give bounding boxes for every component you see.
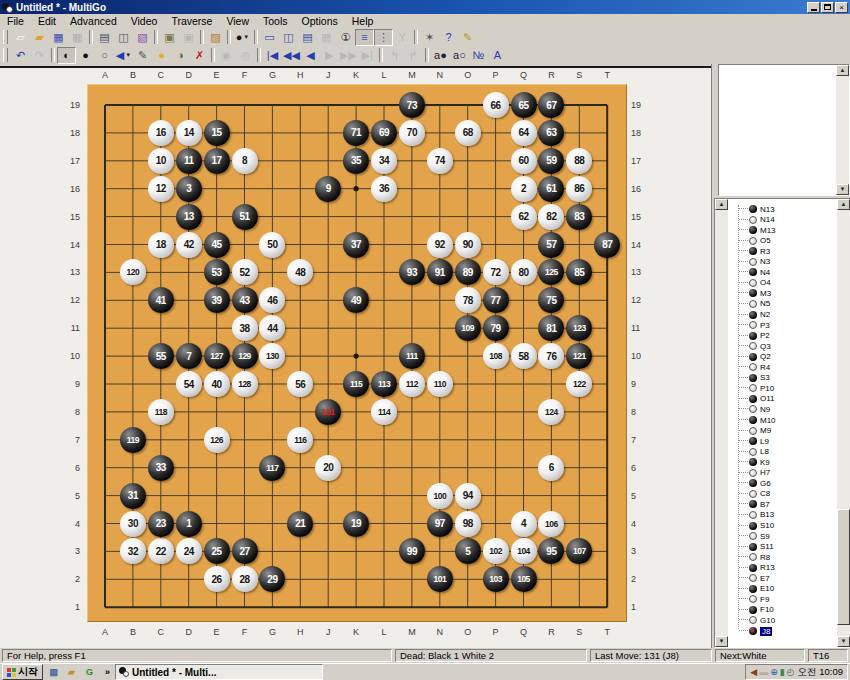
white-stone-C8[interactable]: 118 [148, 399, 174, 425]
move-number: 77 [491, 295, 501, 306]
white-stone-N14[interactable]: 92 [427, 232, 453, 258]
white-stone-O12[interactable]: 78 [455, 287, 481, 313]
move-number: 113 [378, 379, 390, 389]
move-tree-list[interactable]: N13N14M13O5R3N3N4O4M3N5N2P3P2Q3Q2R4S3P10… [728, 199, 839, 647]
print-preview-button[interactable]: ◫ [114, 29, 133, 46]
white-stone-L16[interactable]: 36 [371, 176, 397, 202]
black-stone-N4[interactable]: 97 [427, 511, 453, 537]
tree-move-G10[interactable]: G10 [728, 615, 775, 625]
tree-move-O5[interactable]: O5 [728, 236, 771, 246]
tree-right-scroll-up[interactable]: ▲ [837, 199, 850, 210]
tree-move-label: F9 [760, 595, 769, 604]
black-stone-K14[interactable]: 37 [343, 232, 369, 258]
tree-move-R4[interactable]: R4 [728, 362, 770, 372]
list-view-button[interactable]: ⋮ [374, 29, 393, 46]
comment-scrollbar[interactable] [836, 65, 849, 195]
layout-split-horizontal-button[interactable]: ▤ [298, 29, 317, 46]
white-stone-Q4[interactable]: 4 [511, 511, 537, 537]
black-stone-M10[interactable]: 111 [399, 343, 425, 369]
white-stone-Q13[interactable]: 80 [511, 259, 537, 285]
toolbar-separator [227, 30, 231, 44]
taskbar-window-button[interactable]: Untitled * - Multi... [115, 664, 323, 680]
tree-move-F10[interactable]: F10 [728, 605, 774, 615]
paste-stones-button[interactable]: ◑ [171, 47, 190, 64]
black-stone-D17[interactable]: 11 [176, 148, 202, 174]
undo-button[interactable]: ↶ [11, 47, 30, 64]
white-stone-R6[interactable]: 6 [538, 455, 564, 481]
black-stone-K18[interactable]: 71 [343, 120, 369, 146]
white-stone-P10[interactable]: 108 [483, 343, 509, 369]
black-stone-H4[interactable]: 21 [287, 511, 313, 537]
white-stone-E2[interactable]: 26 [204, 566, 230, 592]
show-desktop-icon[interactable]: ▤ [46, 666, 61, 679]
copy-button[interactable]: ▣ [160, 29, 179, 46]
toolbar-gripper[interactable] [3, 48, 8, 62]
move-number: 52 [239, 267, 249, 278]
black-stone-S15[interactable]: 83 [566, 204, 592, 230]
move-number: 38 [239, 323, 249, 334]
black-stone-D15[interactable]: 13 [176, 204, 202, 230]
move-number: 29 [267, 574, 277, 585]
tree-move-J8[interactable]: J8 [728, 626, 772, 636]
tree-move-label: B7 [760, 500, 770, 509]
white-stone-Q3[interactable]: 104 [511, 538, 537, 564]
tree-move-S10[interactable]: S10 [728, 521, 774, 531]
tree-view-button[interactable]: ≡ [355, 29, 374, 46]
black-stone-O3[interactable]: 5 [455, 538, 481, 564]
black-stone-button[interactable]: ● [76, 47, 95, 64]
black-stone-K4[interactable]: 19 [343, 511, 369, 537]
pen-icon[interactable]: ▬ [759, 666, 768, 678]
move-number: 55 [156, 351, 166, 362]
alternate-stones-icon: ◐ [63, 49, 70, 61]
mark-letter-button[interactable]: A [488, 47, 507, 64]
volume-icon[interactable]: ◀ [750, 666, 757, 678]
tree-move-E10[interactable]: E10 [728, 584, 774, 594]
quick-launch-chevron[interactable]: » [100, 666, 115, 679]
white-stone-F9[interactable]: 128 [232, 371, 258, 397]
restore-button[interactable] [821, 2, 834, 13]
close-button[interactable]: × [835, 2, 848, 13]
menu-view[interactable]: View [219, 15, 256, 28]
black-stone-F10[interactable]: 129 [232, 343, 258, 369]
row-label-right: 18 [631, 128, 651, 138]
white-stone-R4[interactable]: 106 [538, 511, 564, 537]
toolbar-separator [254, 30, 258, 44]
white-stone-L17[interactable]: 34 [371, 148, 397, 174]
tree-move-O4[interactable]: O4 [728, 278, 771, 288]
tree-move-F9[interactable]: F9 [728, 594, 769, 604]
edit-mode-button[interactable]: ✎ [458, 29, 477, 46]
move-number: 8 [242, 155, 247, 166]
white-stone-L8[interactable]: 114 [371, 399, 397, 425]
network-icon[interactable]: ▮ [780, 666, 785, 678]
black-stone-E18[interactable]: 15 [204, 120, 230, 146]
tree-move-label: L8 [760, 447, 769, 456]
black-stone-Q2[interactable]: 105 [511, 566, 537, 592]
black-stone-K17[interactable]: 35 [343, 148, 369, 174]
show-move-numbers-icon: ① [341, 31, 351, 44]
context-help-button[interactable]: ? [439, 29, 458, 46]
white-stone-Q18[interactable]: 64 [511, 120, 537, 146]
row-label-right: 11 [631, 323, 651, 333]
tree-move-B13[interactable]: B13 [728, 510, 774, 520]
black-stone-J16[interactable]: 9 [315, 176, 341, 202]
white-stone-F17[interactable]: 8 [232, 148, 258, 174]
new-file-button[interactable]: ▱ [11, 29, 30, 46]
tree-connector [739, 609, 748, 611]
black-stone-icon [749, 311, 757, 319]
white-stone-Q16[interactable]: 2 [511, 176, 537, 202]
customize-button[interactable]: ✶ [420, 29, 439, 46]
tree-move-S11[interactable]: S11 [728, 542, 774, 552]
move-number: 88 [574, 155, 584, 166]
black-to-play-button[interactable]: ●▼ [233, 29, 252, 46]
tree-move-H7[interactable]: H7 [728, 468, 770, 478]
black-stone-P11[interactable]: 79 [483, 315, 509, 341]
move-number: 13 [184, 211, 194, 222]
black-stone-B5[interactable]: 31 [120, 483, 146, 509]
col-label-top: J [318, 70, 338, 80]
start-label: 시작 [18, 665, 38, 679]
col-label-top: E [207, 70, 227, 80]
tree-move-Q2[interactable]: Q2 [728, 352, 771, 362]
white-stone-Q10[interactable]: 58 [511, 343, 537, 369]
white-stone-F2[interactable]: 28 [232, 566, 258, 592]
tree-move-G6[interactable]: G6 [728, 478, 771, 488]
next-branch-icon: ↱ [409, 49, 418, 62]
stop-button: ◎ [236, 47, 255, 64]
black-stone-icon [749, 627, 757, 635]
white-stone-O18[interactable]: 68 [455, 120, 481, 146]
start-button[interactable]: 시작 [2, 664, 43, 680]
white-stone-C17[interactable]: 10 [148, 148, 174, 174]
move-number: 104 [517, 546, 530, 556]
tree-move-label: G10 [760, 616, 775, 625]
row-label-right: 15 [631, 212, 651, 222]
white-stone-E7[interactable]: 126 [204, 427, 230, 453]
black-stone-C4[interactable]: 23 [148, 511, 174, 537]
black-stone-R16[interactable]: 61 [538, 176, 564, 202]
col-label-top: O [458, 70, 478, 80]
black-stone-M19[interactable]: 73 [399, 92, 425, 118]
white-stone-button[interactable]: ○ [95, 47, 114, 64]
tree-move-R3[interactable]: R3 [728, 246, 770, 256]
white-stone-P3[interactable]: 102 [483, 538, 509, 564]
move-number: 30 [128, 518, 138, 529]
white-stone-N9[interactable]: 110 [427, 371, 453, 397]
move-number: 18 [156, 239, 166, 250]
toolbar-gripper[interactable] [3, 30, 8, 44]
white-stone-E9[interactable]: 40 [204, 371, 230, 397]
black-stone-E3[interactable]: 25 [204, 538, 230, 564]
menu-advanced[interactable]: Advanced [63, 15, 124, 28]
delete-button[interactable]: ✗ [190, 47, 209, 64]
go-board[interactable]: 1234567891011121314151617181920212223242… [87, 84, 627, 622]
tree-move-Q3[interactable]: Q3 [728, 341, 771, 351]
tree-move-P10[interactable]: P10 [728, 383, 774, 393]
tree-connector [739, 208, 748, 210]
dropdown-arrow-icon[interactable]: ▼ [243, 34, 249, 40]
white-stone-S16[interactable]: 86 [566, 176, 592, 202]
black-stone-D16[interactable]: 3 [176, 176, 202, 202]
move-number: 12 [156, 183, 166, 194]
tree-move-S3[interactable]: S3 [728, 373, 770, 383]
tree-move-label: Q3 [760, 342, 771, 351]
tree-left-scroll-down[interactable]: ▼ [715, 636, 728, 647]
save-button[interactable]: ▦ [49, 29, 68, 46]
tree-move-M3[interactable]: M3 [728, 288, 771, 298]
menu-help[interactable]: Help [345, 15, 381, 28]
white-stone-M18[interactable]: 70 [399, 120, 425, 146]
comment-scroll-down[interactable]: ▼ [836, 184, 849, 195]
black-stone-R14[interactable]: 57 [538, 232, 564, 258]
update-icon[interactable]: ⊕ [770, 666, 778, 678]
white-stone-R15[interactable]: 82 [538, 204, 564, 230]
tree-left-scrollbar[interactable] [715, 199, 728, 647]
move-number: 129 [238, 351, 251, 361]
white-stone-D3[interactable]: 24 [176, 538, 202, 564]
white-stone-G14[interactable]: 50 [259, 232, 285, 258]
customize-icon: ✶ [425, 31, 434, 44]
sound-button[interactable]: ◀▼ [114, 47, 133, 64]
black-stone-O13[interactable]: 89 [455, 259, 481, 285]
white-stone-S17[interactable]: 88 [566, 148, 592, 174]
tree-move-N4[interactable]: N4 [728, 267, 770, 277]
black-stone-N2[interactable]: 101 [427, 566, 453, 592]
black-stone-F3[interactable]: 27 [232, 538, 258, 564]
undo-icon: ↶ [16, 49, 25, 62]
white-stone-Q17[interactable]: 60 [511, 148, 537, 174]
menu-edit[interactable]: Edit [31, 15, 63, 28]
tree-move-L9[interactable]: L9 [728, 436, 769, 446]
browser-icon[interactable]: G [82, 666, 97, 679]
tree-connector [739, 250, 748, 252]
white-stone-O4[interactable]: 98 [455, 511, 481, 537]
white-stone-B4[interactable]: 30 [120, 511, 146, 537]
black-stone-N13[interactable]: 91 [427, 259, 453, 285]
col-label-bottom: K [346, 627, 366, 637]
folder-icon[interactable]: ▰ [64, 666, 79, 679]
white-stone-O5[interactable]: 94 [455, 483, 481, 509]
move-number: 128 [238, 379, 251, 389]
mark-white-button[interactable]: a○ [450, 47, 469, 64]
move-number: 73 [407, 100, 417, 111]
black-stone-D4[interactable]: 1 [176, 511, 202, 537]
move-number: 1 [186, 518, 191, 529]
tree-move-M9[interactable]: M9 [728, 426, 771, 436]
comment-scroll-up[interactable]: ▲ [836, 65, 849, 76]
black-stone-E14[interactable]: 45 [204, 232, 230, 258]
move-number: 66 [491, 100, 501, 111]
show-move-numbers-button[interactable]: ① [336, 29, 355, 46]
move-number: 16 [156, 127, 166, 138]
tree-connector [739, 482, 748, 484]
pass-button[interactable]: ● [152, 47, 171, 64]
back-button[interactable]: ◀ [301, 47, 320, 64]
tree-scrollbar-thumb[interactable] [837, 509, 850, 625]
move-number: 35 [351, 155, 361, 166]
black-stone-C6[interactable]: 33 [148, 455, 174, 481]
black-stone-B7[interactable]: 119 [120, 427, 146, 453]
back-10-button[interactable]: ◀◀ [282, 47, 301, 64]
white-stone-icon [749, 448, 757, 456]
tree-move-B7[interactable]: B7 [728, 499, 770, 509]
white-stone-D9[interactable]: 54 [176, 371, 202, 397]
black-stone-J8[interactable]: 131 [315, 399, 341, 425]
tree-move-P2[interactable]: P2 [728, 331, 770, 341]
white-stone-H7[interactable]: 116 [287, 427, 313, 453]
white-stone-C14[interactable]: 18 [148, 232, 174, 258]
black-stone-Q19[interactable]: 65 [511, 92, 537, 118]
white-stone-C3[interactable]: 22 [148, 538, 174, 564]
print-button[interactable]: ▤ [95, 29, 114, 46]
white-stone-icon [749, 363, 757, 371]
black-stone-L18[interactable]: 69 [371, 120, 397, 146]
toolbar-main: ▱▰▦▦▤◫▧▣▣▨●▼▭◫▤▦①≡⋮Y✶?✎ [0, 28, 850, 46]
menu-traverse[interactable]: Traverse [164, 15, 219, 28]
white-stone-icon [749, 574, 757, 582]
layout-split-vertical-button[interactable]: ◫ [279, 29, 298, 46]
tree-move-N2[interactable]: N2 [728, 310, 770, 320]
black-stone-E12[interactable]: 39 [204, 287, 230, 313]
black-stone-P12[interactable]: 77 [483, 287, 509, 313]
menu-file[interactable]: File [0, 15, 31, 28]
white-stone-M9[interactable]: 112 [399, 371, 425, 397]
tree-move-N9[interactable]: N9 [728, 404, 770, 414]
minimize-button[interactable] [807, 2, 820, 13]
erase-button[interactable]: ✎ [133, 47, 152, 64]
tree-move-L8[interactable]: L8 [728, 447, 769, 457]
move-number: 102 [489, 546, 502, 556]
col-label-bottom: A [95, 627, 115, 637]
tree-move-N13[interactable]: N13 [728, 204, 775, 214]
black-stone-K9[interactable]: 115 [343, 371, 369, 397]
black-stone-F15[interactable]: 51 [232, 204, 258, 230]
tree-move-N3[interactable]: N3 [728, 257, 770, 267]
col-label-top: G [262, 70, 282, 80]
prev-branch-icon: ↰ [390, 49, 399, 62]
menu-tools[interactable]: Tools [256, 15, 295, 28]
white-stone-D14[interactable]: 42 [176, 232, 202, 258]
tree-move-C8[interactable]: C8 [728, 489, 770, 499]
move-number: 121 [573, 351, 586, 361]
row-label-left: 7 [60, 435, 80, 445]
tree-move-R8[interactable]: R8 [728, 552, 770, 562]
mark-black-button[interactable]: a● [431, 47, 450, 64]
tree-move-R13[interactable]: R13 [728, 563, 775, 573]
white-stone-C18[interactable]: 16 [148, 120, 174, 146]
black-stone-E17[interactable]: 17 [204, 148, 230, 174]
col-label-bottom: G [262, 627, 282, 637]
black-stone-D10[interactable]: 7 [176, 343, 202, 369]
move-number: 46 [267, 295, 277, 306]
white-stone-N5[interactable]: 100 [427, 483, 453, 509]
row-label-left: 15 [60, 212, 80, 222]
play-icon: ◉ [222, 49, 232, 62]
tree-move-O11[interactable]: O11 [728, 394, 775, 404]
export-image-button[interactable]: ▧ [133, 29, 152, 46]
tree-move-K9[interactable]: K9 [728, 457, 770, 467]
tree-connector [739, 261, 748, 263]
scheduler-icon[interactable]: ◴ [787, 666, 795, 678]
tree-move-label: P3 [760, 321, 770, 330]
dropdown-arrow-icon[interactable]: ▼ [125, 52, 131, 58]
move-number: 81 [546, 323, 556, 334]
white-stone-P19[interactable]: 66 [483, 92, 509, 118]
white-stone-N17[interactable]: 74 [427, 148, 453, 174]
move-number: 14 [184, 127, 194, 138]
tree-move-N14[interactable]: N14 [728, 215, 775, 225]
move-number: 67 [546, 100, 556, 111]
black-stone-O11[interactable]: 109 [455, 315, 481, 341]
tree-connector [739, 419, 748, 421]
menu-bar: FileEditAdvancedVideoTraverseViewToolsOp… [0, 14, 850, 28]
layout-single-button[interactable]: ▭ [260, 29, 279, 46]
col-label-top: H [290, 70, 310, 80]
tree-move-M10[interactable]: M10 [728, 415, 776, 425]
move-number: 119 [127, 435, 139, 445]
windows-logo-icon [7, 668, 16, 677]
black-stone-P2[interactable]: 103 [483, 566, 509, 592]
tree-move-E7[interactable]: E7 [728, 573, 770, 583]
black-stone-R17[interactable]: 59 [538, 148, 564, 174]
tree-left-scroll-up[interactable]: ▲ [715, 199, 728, 210]
black-stone-C12[interactable]: 41 [148, 287, 174, 313]
menu-options[interactable]: Options [295, 15, 345, 28]
tree-move-S9[interactable]: S9 [728, 531, 770, 541]
white-stone-O14[interactable]: 90 [455, 232, 481, 258]
status-dead-count: Dead: Black 1 White 2 [395, 649, 587, 662]
move-number: 80 [518, 267, 528, 278]
layout-split-vertical-icon: ◫ [283, 31, 293, 44]
menu-video[interactable]: Video [124, 15, 165, 28]
black-stone-E13[interactable]: 53 [204, 259, 230, 285]
tree-move-M13[interactable]: M13 [728, 225, 776, 235]
white-stone-Q15[interactable]: 62 [511, 204, 537, 230]
tree-move-N5[interactable]: N5 [728, 299, 770, 309]
mark-number-button[interactable]: № [469, 47, 488, 64]
black-stone-L9[interactable]: 113 [371, 371, 397, 397]
black-stone-C10[interactable]: 55 [148, 343, 174, 369]
black-stone-E10[interactable]: 127 [204, 343, 230, 369]
white-stone-J6[interactable]: 20 [315, 455, 341, 481]
tree-right-scroll-down[interactable]: ▼ [837, 636, 850, 647]
black-stone-G6[interactable]: 117 [259, 455, 285, 481]
tree-move-label: R3 [760, 247, 770, 256]
tree-move-P3[interactable]: P3 [728, 320, 770, 330]
tree-move-label: S3 [760, 373, 770, 382]
black-stone-T14[interactable]: 87 [594, 232, 620, 258]
white-stone-D18[interactable]: 14 [176, 120, 202, 146]
tree-connector [739, 430, 748, 432]
white-stone-P13[interactable]: 72 [483, 259, 509, 285]
alternate-stones-button[interactable]: ◐ [57, 47, 76, 64]
move-number: 7 [186, 351, 191, 362]
toolbar-separator [379, 48, 383, 62]
white-stone-C16[interactable]: 12 [148, 176, 174, 202]
white-stone-F13[interactable]: 52 [232, 259, 258, 285]
tree-move-label: S9 [760, 532, 770, 541]
import-button[interactable]: ▨ [206, 29, 225, 46]
white-stone-F11[interactable]: 38 [232, 315, 258, 341]
black-stone-F12[interactable]: 43 [232, 287, 258, 313]
comment-panel[interactable]: ▲▼ [718, 64, 850, 196]
first-move-button[interactable]: |◀ [263, 47, 282, 64]
row-label-right: 1 [631, 602, 651, 612]
open-folder-button[interactable]: ▰ [30, 29, 49, 46]
save-as-button: ▦ [68, 29, 87, 46]
